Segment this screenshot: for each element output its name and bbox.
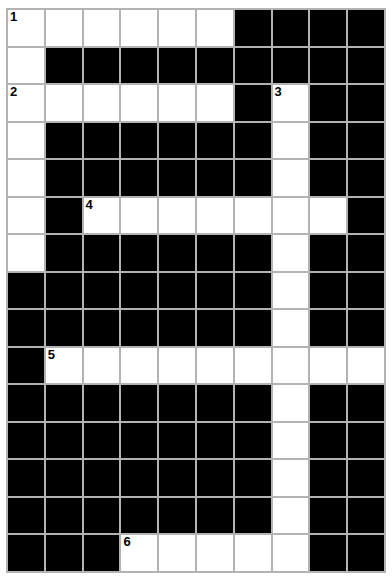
clue-number: 1	[10, 9, 17, 24]
white-cell[interactable]	[159, 85, 195, 121]
black-cell	[84, 310, 120, 346]
black-cell	[159, 123, 195, 159]
black-cell	[8, 423, 44, 459]
black-cell	[235, 460, 271, 496]
black-cell	[235, 160, 271, 196]
black-cell	[197, 498, 233, 534]
white-cell[interactable]	[197, 85, 233, 121]
white-cell[interactable]	[121, 85, 157, 121]
black-cell	[46, 235, 82, 271]
black-cell	[310, 123, 346, 159]
black-cell	[8, 385, 44, 421]
white-cell[interactable]: 4	[84, 198, 120, 234]
black-cell	[84, 385, 120, 421]
white-cell[interactable]: 2	[8, 85, 44, 121]
white-cell[interactable]	[46, 85, 82, 121]
black-cell	[46, 423, 82, 459]
white-cell[interactable]	[235, 535, 271, 571]
white-cell[interactable]: 3	[273, 85, 309, 121]
white-cell[interactable]	[159, 198, 195, 234]
black-cell	[197, 310, 233, 346]
black-cell	[46, 48, 82, 84]
black-cell	[84, 48, 120, 84]
black-cell	[121, 48, 157, 84]
black-cell	[348, 85, 384, 121]
white-cell[interactable]: 1	[8, 10, 44, 46]
black-cell	[348, 385, 384, 421]
black-cell	[235, 123, 271, 159]
black-cell	[46, 310, 82, 346]
black-cell	[159, 498, 195, 534]
black-cell	[84, 498, 120, 534]
black-cell	[348, 10, 384, 46]
black-cell	[197, 48, 233, 84]
white-cell[interactable]	[121, 10, 157, 46]
black-cell	[159, 310, 195, 346]
black-cell	[8, 498, 44, 534]
black-cell	[46, 160, 82, 196]
white-cell[interactable]	[273, 198, 309, 234]
black-cell	[310, 535, 346, 571]
white-cell[interactable]	[348, 348, 384, 384]
white-cell[interactable]	[310, 198, 346, 234]
black-cell	[46, 198, 82, 234]
black-cell	[310, 273, 346, 309]
black-cell	[235, 310, 271, 346]
black-cell	[197, 273, 233, 309]
clue-number: 6	[123, 534, 130, 549]
black-cell	[121, 498, 157, 534]
black-cell	[121, 385, 157, 421]
black-cell	[348, 235, 384, 271]
white-cell[interactable]	[197, 10, 233, 46]
black-cell	[348, 498, 384, 534]
white-cell[interactable]	[273, 160, 309, 196]
black-cell	[235, 10, 271, 46]
black-cell	[84, 123, 120, 159]
black-cell	[121, 235, 157, 271]
black-cell	[235, 48, 271, 84]
clue-number: 5	[48, 347, 55, 362]
white-cell[interactable]	[273, 385, 309, 421]
white-cell[interactable]	[46, 10, 82, 46]
black-cell	[235, 273, 271, 309]
black-cell	[348, 48, 384, 84]
black-cell	[84, 535, 120, 571]
clue-number: 2	[10, 84, 17, 99]
white-cell[interactable]	[84, 348, 120, 384]
white-cell[interactable]	[273, 273, 309, 309]
white-cell[interactable]	[197, 535, 233, 571]
black-cell	[235, 385, 271, 421]
black-cell	[310, 10, 346, 46]
black-cell	[159, 235, 195, 271]
black-cell	[159, 48, 195, 84]
black-cell	[310, 310, 346, 346]
white-cell[interactable]	[197, 348, 233, 384]
black-cell	[310, 160, 346, 196]
white-cell[interactable]	[159, 535, 195, 571]
black-cell	[235, 85, 271, 121]
black-cell	[197, 160, 233, 196]
white-cell[interactable]	[310, 348, 346, 384]
black-cell	[197, 235, 233, 271]
white-cell[interactable]	[273, 423, 309, 459]
white-cell[interactable]: 6	[121, 535, 157, 571]
black-cell	[159, 385, 195, 421]
white-cell[interactable]	[8, 198, 44, 234]
black-cell	[197, 385, 233, 421]
black-cell	[348, 535, 384, 571]
black-cell	[310, 423, 346, 459]
black-cell	[8, 310, 44, 346]
clue-number: 4	[86, 197, 93, 212]
black-cell	[273, 10, 309, 46]
black-cell	[235, 235, 271, 271]
white-cell[interactable]: 5	[46, 348, 82, 384]
black-cell	[197, 460, 233, 496]
white-cell[interactable]	[159, 10, 195, 46]
black-cell	[348, 273, 384, 309]
black-cell	[310, 235, 346, 271]
black-cell	[121, 123, 157, 159]
black-cell	[46, 273, 82, 309]
black-cell	[159, 423, 195, 459]
black-cell	[159, 160, 195, 196]
black-cell	[46, 123, 82, 159]
black-cell	[46, 460, 82, 496]
white-cell[interactable]	[8, 235, 44, 271]
black-cell	[197, 123, 233, 159]
black-cell	[121, 423, 157, 459]
black-cell	[348, 123, 384, 159]
black-cell	[121, 273, 157, 309]
black-cell	[348, 423, 384, 459]
white-cell[interactable]	[84, 10, 120, 46]
white-cell[interactable]	[273, 348, 309, 384]
black-cell	[84, 235, 120, 271]
clue-number: 3	[275, 84, 282, 99]
white-cell[interactable]	[8, 48, 44, 84]
black-cell	[84, 273, 120, 309]
white-cell[interactable]	[273, 310, 309, 346]
black-cell	[8, 535, 44, 571]
black-cell	[46, 535, 82, 571]
black-cell	[121, 310, 157, 346]
black-cell	[46, 385, 82, 421]
crossword-board: 123456	[6, 8, 386, 573]
white-cell[interactable]	[8, 123, 44, 159]
white-cell[interactable]	[84, 85, 120, 121]
white-cell[interactable]	[159, 348, 195, 384]
white-cell[interactable]	[273, 460, 309, 496]
black-cell	[348, 198, 384, 234]
black-cell	[348, 310, 384, 346]
black-cell	[310, 460, 346, 496]
white-cell[interactable]	[235, 348, 271, 384]
black-cell	[84, 460, 120, 496]
black-cell	[8, 460, 44, 496]
black-cell	[159, 273, 195, 309]
black-cell	[159, 460, 195, 496]
black-cell	[273, 48, 309, 84]
black-cell	[46, 498, 82, 534]
black-cell	[235, 423, 271, 459]
black-cell	[348, 160, 384, 196]
white-cell[interactable]	[273, 123, 309, 159]
black-cell	[310, 85, 346, 121]
black-cell	[121, 160, 157, 196]
black-cell	[84, 160, 120, 196]
black-cell	[8, 273, 44, 309]
white-cell[interactable]	[235, 198, 271, 234]
white-cell[interactable]	[8, 160, 44, 196]
black-cell	[310, 48, 346, 84]
black-cell	[121, 460, 157, 496]
black-cell	[84, 423, 120, 459]
white-cell[interactable]	[273, 535, 309, 571]
black-cell	[8, 348, 44, 384]
white-cell[interactable]	[273, 498, 309, 534]
black-cell	[310, 385, 346, 421]
white-cell[interactable]	[273, 235, 309, 271]
black-cell	[348, 460, 384, 496]
black-cell	[197, 423, 233, 459]
white-cell[interactable]	[121, 348, 157, 384]
white-cell[interactable]	[197, 198, 233, 234]
white-cell[interactable]	[121, 198, 157, 234]
black-cell	[235, 498, 271, 534]
black-cell	[310, 498, 346, 534]
